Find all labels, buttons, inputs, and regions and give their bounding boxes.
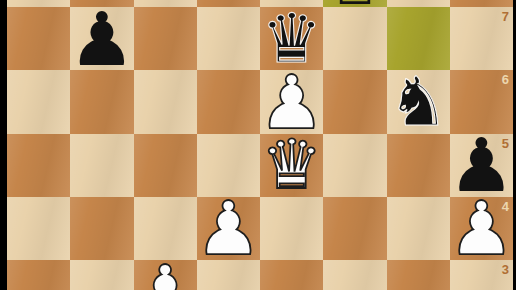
- square-h7[interactable]: 7: [450, 7, 513, 70]
- rank-label-7: 7: [502, 9, 509, 24]
- square-d6[interactable]: [197, 70, 260, 133]
- square-h4[interactable]: ♟4: [450, 197, 513, 260]
- square-e6[interactable]: ♟: [260, 70, 323, 133]
- square-b4[interactable]: [70, 197, 133, 260]
- square-e3[interactable]: [260, 260, 323, 290]
- square-f4[interactable]: [323, 197, 386, 260]
- square-g7[interactable]: [387, 7, 450, 70]
- square-a3[interactable]: [7, 260, 70, 290]
- square-d7[interactable]: [197, 7, 260, 70]
- square-f3[interactable]: [323, 260, 386, 290]
- chess-app-screen: ♚♟♛7♟♞6♛♟5♟♟4♟3: [0, 0, 516, 290]
- white-pawn-d4[interactable]: ♟: [197, 197, 260, 260]
- square-c6[interactable]: [134, 70, 197, 133]
- black-king-f8[interactable]: ♚: [323, 0, 386, 13]
- square-c8[interactable]: [134, 0, 197, 7]
- square-f8[interactable]: ♚: [323, 0, 386, 7]
- square-a5[interactable]: [7, 134, 70, 197]
- square-f6[interactable]: [323, 70, 386, 133]
- letterbox-left-bar: [0, 0, 7, 290]
- square-g5[interactable]: [387, 134, 450, 197]
- square-g8[interactable]: [387, 0, 450, 7]
- square-a6[interactable]: [7, 70, 70, 133]
- white-pawn-e6[interactable]: ♟: [260, 70, 323, 133]
- white-pawn-h4[interactable]: ♟: [450, 197, 513, 260]
- black-knight-g6[interactable]: ♞: [387, 70, 450, 133]
- square-a8[interactable]: [7, 0, 70, 7]
- square-h8[interactable]: [450, 0, 513, 7]
- chess-board: ♚♟♛7♟♞6♛♟5♟♟4♟3: [7, 0, 513, 290]
- rank-label-6: 6: [502, 72, 509, 87]
- white-queen-e5[interactable]: ♛: [260, 134, 323, 197]
- square-c7[interactable]: [134, 7, 197, 70]
- black-pawn-b7[interactable]: ♟: [70, 7, 133, 70]
- square-c3[interactable]: ♟: [134, 260, 197, 290]
- square-b7[interactable]: ♟: [70, 7, 133, 70]
- square-e4[interactable]: [260, 197, 323, 260]
- square-a4[interactable]: [7, 197, 70, 260]
- square-f5[interactable]: [323, 134, 386, 197]
- square-e5[interactable]: ♛: [260, 134, 323, 197]
- square-d8[interactable]: [197, 0, 260, 7]
- square-b5[interactable]: [70, 134, 133, 197]
- square-g4[interactable]: [387, 197, 450, 260]
- square-g3[interactable]: [387, 260, 450, 290]
- white-pawn-c3[interactable]: ♟: [134, 260, 197, 290]
- square-g6[interactable]: ♞: [387, 70, 450, 133]
- square-d4[interactable]: ♟: [197, 197, 260, 260]
- square-a7[interactable]: [7, 7, 70, 70]
- square-c5[interactable]: [134, 134, 197, 197]
- square-b3[interactable]: [70, 260, 133, 290]
